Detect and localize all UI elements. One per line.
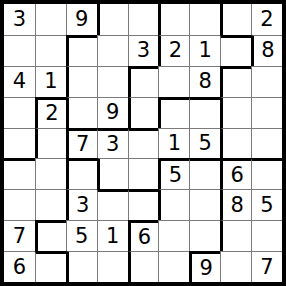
cell-r6c8[interactable]: 6	[220, 158, 251, 189]
cell-r5c9[interactable]	[251, 128, 282, 159]
cell-r5c7[interactable]: 5	[189, 128, 220, 159]
cell-r2c1[interactable]	[4, 35, 35, 66]
cell-r4c8[interactable]	[220, 97, 251, 128]
cell-r7c3[interactable]: 3	[66, 189, 97, 220]
cell-r6c2[interactable]	[35, 158, 66, 189]
cell-r8c7[interactable]	[189, 220, 220, 251]
cell-r9c5[interactable]	[128, 251, 159, 282]
puzzle-page: 3923218418297315563857516697	[0, 0, 286, 286]
cell-r2c6[interactable]: 2	[158, 35, 189, 66]
cell-r2c7[interactable]: 1	[189, 35, 220, 66]
cell-r1c8[interactable]	[220, 4, 251, 35]
cell-r7c9[interactable]: 5	[251, 189, 282, 220]
cell-r4c6[interactable]	[158, 97, 189, 128]
cell-r2c8[interactable]	[220, 35, 251, 66]
cell-r7c2[interactable]	[35, 189, 66, 220]
cell-r1c1[interactable]: 3	[4, 4, 35, 35]
cell-r8c4[interactable]: 1	[97, 220, 128, 251]
cell-r2c4[interactable]	[97, 35, 128, 66]
cell-r5c8[interactable]	[220, 128, 251, 159]
cell-r3c5[interactable]	[128, 66, 159, 97]
cell-r7c4[interactable]	[97, 189, 128, 220]
cell-r1c5[interactable]	[128, 4, 159, 35]
cell-r3c3[interactable]	[66, 66, 97, 97]
cell-r7c5[interactable]	[128, 189, 159, 220]
cell-r1c6[interactable]	[158, 4, 189, 35]
cell-r7c7[interactable]	[189, 189, 220, 220]
cell-r5c5[interactable]	[128, 128, 159, 159]
cell-r9c3[interactable]	[66, 251, 97, 282]
cell-r9c8[interactable]	[220, 251, 251, 282]
cell-r3c1[interactable]: 4	[4, 66, 35, 97]
cell-r5c4[interactable]: 3	[97, 128, 128, 159]
cell-r2c9[interactable]: 8	[251, 35, 282, 66]
cell-r3c2[interactable]: 1	[35, 66, 66, 97]
cell-r8c6[interactable]	[158, 220, 189, 251]
cell-r4c9[interactable]	[251, 97, 282, 128]
cell-r3c8[interactable]	[220, 66, 251, 97]
cell-r3c7[interactable]: 8	[189, 66, 220, 97]
cell-r7c8[interactable]: 8	[220, 189, 251, 220]
cell-r4c4[interactable]: 9	[97, 97, 128, 128]
cell-r8c2[interactable]	[35, 220, 66, 251]
cell-r1c2[interactable]	[35, 4, 66, 35]
cell-r4c5[interactable]	[128, 97, 159, 128]
cell-r6c3[interactable]	[66, 158, 97, 189]
cell-r3c4[interactable]	[97, 66, 128, 97]
cell-r8c8[interactable]	[220, 220, 251, 251]
cell-r5c6[interactable]: 1	[158, 128, 189, 159]
cell-r4c1[interactable]	[4, 97, 35, 128]
cell-r3c6[interactable]	[158, 66, 189, 97]
cell-r5c2[interactable]	[35, 128, 66, 159]
cell-r1c9[interactable]: 2	[251, 4, 282, 35]
cell-r6c1[interactable]	[4, 158, 35, 189]
jigsaw-sudoku-board: 3923218418297315563857516697	[0, 0, 286, 286]
cell-r6c6[interactable]: 5	[158, 158, 189, 189]
cell-r4c2[interactable]: 2	[35, 97, 66, 128]
cell-r9c7[interactable]: 9	[189, 251, 220, 282]
cell-r1c3[interactable]: 9	[66, 4, 97, 35]
cell-r3c9[interactable]	[251, 66, 282, 97]
cell-r6c5[interactable]	[128, 158, 159, 189]
cell-r4c7[interactable]	[189, 97, 220, 128]
cell-r9c9[interactable]: 7	[251, 251, 282, 282]
cell-r4c3[interactable]	[66, 97, 97, 128]
cell-r6c9[interactable]	[251, 158, 282, 189]
cell-r1c7[interactable]	[189, 4, 220, 35]
cell-r8c3[interactable]: 5	[66, 220, 97, 251]
cell-r9c1[interactable]: 6	[4, 251, 35, 282]
cell-r7c6[interactable]	[158, 189, 189, 220]
cell-r2c3[interactable]	[66, 35, 97, 66]
cell-r6c4[interactable]	[97, 158, 128, 189]
cell-r1c4[interactable]	[97, 4, 128, 35]
cell-r5c1[interactable]	[4, 128, 35, 159]
cell-r6c7[interactable]	[189, 158, 220, 189]
cell-r2c5[interactable]: 3	[128, 35, 159, 66]
cell-r2c2[interactable]	[35, 35, 66, 66]
cell-r8c5[interactable]: 6	[128, 220, 159, 251]
cell-r9c6[interactable]	[158, 251, 189, 282]
cell-r9c4[interactable]	[97, 251, 128, 282]
cell-r8c1[interactable]: 7	[4, 220, 35, 251]
cell-r5c3[interactable]: 7	[66, 128, 97, 159]
cell-r7c1[interactable]	[4, 189, 35, 220]
cell-r8c9[interactable]	[251, 220, 282, 251]
cell-r9c2[interactable]	[35, 251, 66, 282]
